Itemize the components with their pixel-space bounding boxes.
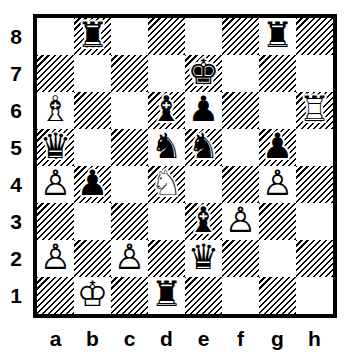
square-a6[interactable]: ♝♗: [37, 92, 74, 129]
square-a2[interactable]: ♟♙: [37, 240, 74, 277]
square-c3[interactable]: [111, 203, 148, 240]
square-e4[interactable]: [185, 166, 222, 203]
piece-glyph: ♟: [259, 129, 296, 166]
file-label-a: a: [37, 327, 74, 355]
rank-label-3: 3: [3, 203, 29, 240]
square-h1[interactable]: [296, 277, 333, 314]
square-e1[interactable]: [185, 277, 222, 314]
square-d4[interactable]: ♞♘: [148, 166, 185, 203]
square-g2[interactable]: [259, 240, 296, 277]
square-d7[interactable]: [148, 55, 185, 92]
square-g3[interactable]: [259, 203, 296, 240]
square-g7[interactable]: [259, 55, 296, 92]
rank-label-8: 8: [3, 18, 29, 55]
rank-label-7: 7: [3, 55, 29, 92]
file-label-b: b: [74, 327, 111, 355]
square-b4[interactable]: ♟: [74, 166, 111, 203]
square-d2[interactable]: [148, 240, 185, 277]
square-f5[interactable]: [222, 129, 259, 166]
rank-label-1: 1: [3, 277, 29, 314]
square-b6[interactable]: [74, 92, 111, 129]
piece-glyph: ♞: [185, 129, 222, 166]
square-a8[interactable]: [37, 18, 74, 55]
black-queen-e2: ♛: [185, 240, 222, 277]
black-rook-g8: ♜: [259, 18, 296, 55]
piece-glyph: ♚: [185, 55, 222, 92]
square-d3[interactable]: [148, 203, 185, 240]
file-labels: abcdefgh: [37, 327, 333, 355]
piece-glyph-outline: ♖: [296, 92, 333, 129]
white-knight-d4: ♞♘: [148, 166, 185, 203]
white-pawn-f3: ♟♙: [222, 203, 259, 240]
piece-glyph-outline: ♙: [259, 166, 296, 203]
square-d1[interactable]: ♜: [148, 277, 185, 314]
piece-glyph-outline: ♔: [74, 277, 111, 314]
square-f2[interactable]: [222, 240, 259, 277]
square-b5[interactable]: [74, 129, 111, 166]
square-h2[interactable]: [296, 240, 333, 277]
black-knight-d5: ♞: [148, 129, 185, 166]
square-a7[interactable]: [37, 55, 74, 92]
black-bishop-d6: ♝: [148, 92, 185, 129]
square-h6[interactable]: ♜♖: [296, 92, 333, 129]
square-a1[interactable]: [37, 277, 74, 314]
file-label-h: h: [296, 327, 333, 355]
white-pawn-a4: ♟♙: [37, 166, 74, 203]
square-g1[interactable]: [259, 277, 296, 314]
piece-glyph: ♟: [74, 166, 111, 203]
square-b7[interactable]: [74, 55, 111, 92]
file-label-d: d: [148, 327, 185, 355]
square-a5[interactable]: ♛: [37, 129, 74, 166]
chess-diagram: 87654321 ♜♜♚♝♗♝♟♜♖♛♞♞♟♟♙♟♞♘♟♙♝♟♙♟♙♟♙♛♚♔♜…: [0, 0, 352, 359]
rank-label-6: 6: [3, 92, 29, 129]
white-pawn-c2: ♟♙: [111, 240, 148, 277]
black-knight-e5: ♞: [185, 129, 222, 166]
square-c5[interactable]: [111, 129, 148, 166]
square-c4[interactable]: [111, 166, 148, 203]
square-g5[interactable]: ♟: [259, 129, 296, 166]
piece-glyph: ♛: [185, 240, 222, 277]
square-e2[interactable]: ♛: [185, 240, 222, 277]
rank-label-4: 4: [3, 166, 29, 203]
square-h8[interactable]: [296, 18, 333, 55]
rank-labels: 87654321: [3, 18, 29, 314]
white-pawn-a2: ♟♙: [37, 240, 74, 277]
piece-glyph-outline: ♘: [148, 166, 185, 203]
piece-glyph: ♛: [37, 129, 74, 166]
piece-glyph: ♞: [148, 129, 185, 166]
piece-glyph-outline: ♗: [37, 92, 74, 129]
square-f1[interactable]: [222, 277, 259, 314]
piece-glyph: ♝: [148, 92, 185, 129]
square-h5[interactable]: [296, 129, 333, 166]
piece-glyph: ♟: [185, 92, 222, 129]
rank-label-2: 2: [3, 240, 29, 277]
square-f6[interactable]: [222, 92, 259, 129]
black-king-e7: ♚: [185, 55, 222, 92]
piece-glyph: ♜: [148, 277, 185, 314]
square-e6[interactable]: ♟: [185, 92, 222, 129]
black-queen-a5: ♛: [37, 129, 74, 166]
square-d8[interactable]: [148, 18, 185, 55]
square-e5[interactable]: ♞: [185, 129, 222, 166]
white-rook-h6: ♜♖: [296, 92, 333, 129]
square-c8[interactable]: [111, 18, 148, 55]
black-rook-b8: ♜: [74, 18, 111, 55]
square-c7[interactable]: [111, 55, 148, 92]
square-f8[interactable]: [222, 18, 259, 55]
black-pawn-e6: ♟: [185, 92, 222, 129]
piece-glyph-outline: ♙: [37, 240, 74, 277]
file-label-g: g: [259, 327, 296, 355]
square-b2[interactable]: [74, 240, 111, 277]
square-h7[interactable]: [296, 55, 333, 92]
piece-glyph: ♜: [74, 18, 111, 55]
white-bishop-a6: ♝♗: [37, 92, 74, 129]
square-b1[interactable]: ♚♔: [74, 277, 111, 314]
file-label-f: f: [222, 327, 259, 355]
square-f7[interactable]: [222, 55, 259, 92]
square-c1[interactable]: [111, 277, 148, 314]
file-label-c: c: [111, 327, 148, 355]
square-h4[interactable]: [296, 166, 333, 203]
square-e3[interactable]: ♝: [185, 203, 222, 240]
square-d6[interactable]: ♝: [148, 92, 185, 129]
square-g8[interactable]: ♜: [259, 18, 296, 55]
square-g6[interactable]: [259, 92, 296, 129]
black-bishop-e3: ♝: [185, 203, 222, 240]
piece-glyph: ♜: [259, 18, 296, 55]
white-king-b1: ♚♔: [74, 277, 111, 314]
rank-label-5: 5: [3, 129, 29, 166]
piece-glyph-outline: ♙: [111, 240, 148, 277]
square-c2[interactable]: ♟♙: [111, 240, 148, 277]
black-pawn-g5: ♟: [259, 129, 296, 166]
square-f4[interactable]: [222, 166, 259, 203]
square-h3[interactable]: [296, 203, 333, 240]
piece-glyph-outline: ♙: [222, 203, 259, 240]
square-f3[interactable]: ♟♙: [222, 203, 259, 240]
piece-glyph-outline: ♙: [37, 166, 74, 203]
piece-glyph: ♝: [185, 203, 222, 240]
black-pawn-b4: ♟: [74, 166, 111, 203]
square-a3[interactable]: [37, 203, 74, 240]
file-label-e: e: [185, 327, 222, 355]
square-d5[interactable]: ♞: [148, 129, 185, 166]
square-g4[interactable]: ♟♙: [259, 166, 296, 203]
square-e7[interactable]: ♚: [185, 55, 222, 92]
black-rook-d1: ♜: [148, 277, 185, 314]
square-e8[interactable]: [185, 18, 222, 55]
white-pawn-g4: ♟♙: [259, 166, 296, 203]
square-b3[interactable]: [74, 203, 111, 240]
square-a4[interactable]: ♟♙: [37, 166, 74, 203]
square-b8[interactable]: ♜: [74, 18, 111, 55]
square-c6[interactable]: [111, 92, 148, 129]
chess-board: ♜♜♚♝♗♝♟♜♖♛♞♞♟♟♙♟♞♘♟♙♝♟♙♟♙♟♙♛♚♔♜: [33, 14, 337, 318]
